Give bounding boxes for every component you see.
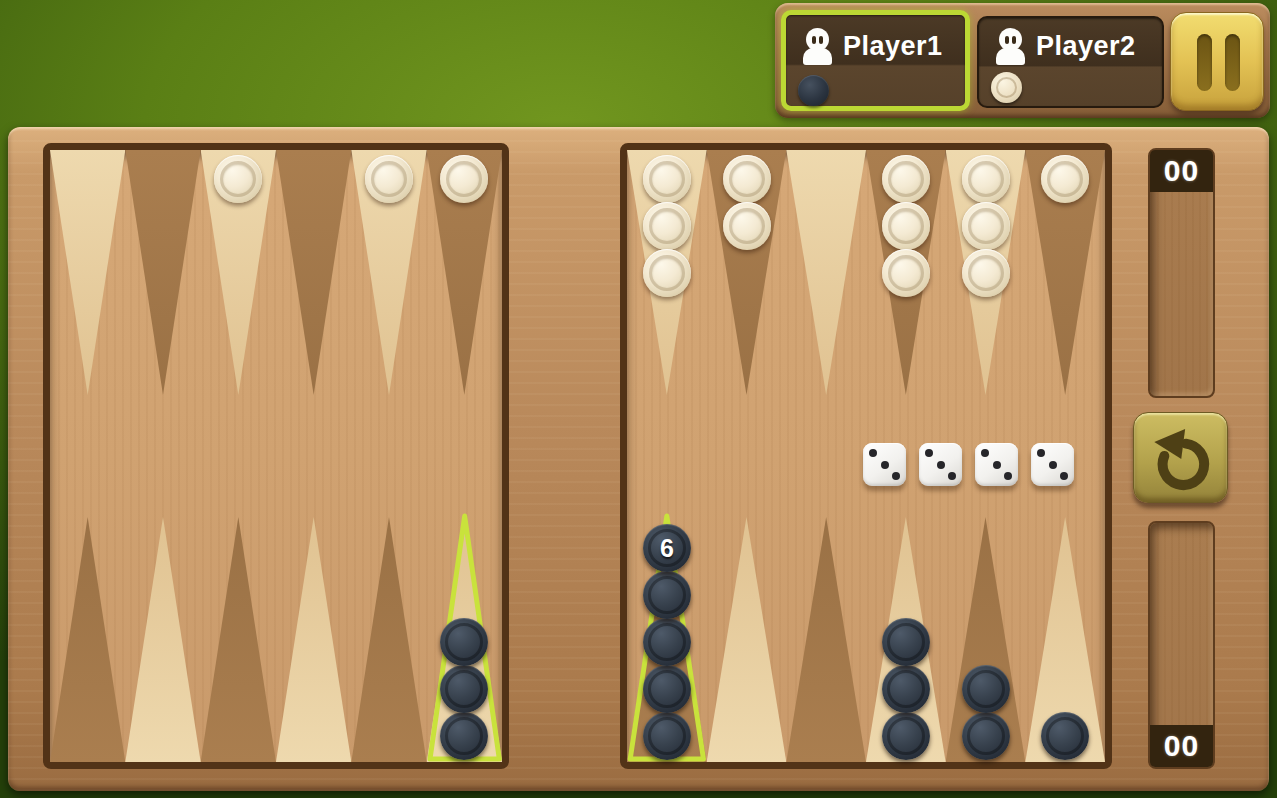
light-checker-point-19[interactable] (643, 202, 691, 250)
borne-off-count-bottom: 00 (1150, 725, 1213, 767)
player1-card[interactable]: Player1 (781, 10, 970, 111)
board-left-half (43, 143, 509, 769)
player1-name: Player1 (843, 31, 943, 62)
board-point[interactable] (786, 150, 866, 395)
dark-checker-point-3[interactable] (882, 665, 930, 713)
light-checker-point-18[interactable] (440, 155, 488, 203)
light-checker-point-22[interactable] (882, 202, 930, 250)
board-point[interactable] (707, 517, 787, 762)
board-point[interactable] (125, 517, 200, 762)
dark-checker-point-2[interactable] (962, 665, 1010, 713)
light-checker-point-22[interactable] (882, 249, 930, 297)
dark-checker-point-7[interactable] (440, 618, 488, 666)
board-point[interactable] (125, 150, 200, 395)
bear-off-tray-top: 00 (1148, 148, 1215, 398)
board-point[interactable] (786, 517, 866, 762)
dark-checker-point-1[interactable] (1041, 712, 1089, 760)
dark-checker-point-3[interactable] (882, 618, 930, 666)
board-point[interactable] (50, 150, 125, 395)
light-checker-point-19[interactable] (643, 155, 691, 203)
light-checker-point-23[interactable] (962, 249, 1010, 297)
dark-checker-point-7[interactable] (440, 665, 488, 713)
player2-name: Player2 (1036, 31, 1136, 62)
player2-avatar-icon (994, 28, 1028, 66)
pause-button[interactable] (1170, 12, 1264, 111)
light-checker-point-23[interactable] (962, 202, 1010, 250)
dark-checker-point-2[interactable] (962, 712, 1010, 760)
light-checker-point-20[interactable] (723, 155, 771, 203)
dark-checker-point-6[interactable] (643, 712, 691, 760)
score-panel: Player1 Player2 (775, 3, 1270, 118)
board-point[interactable] (351, 517, 426, 762)
board-point[interactable] (201, 517, 276, 762)
dark-checker-point-6[interactable]: 6 (643, 524, 691, 572)
pause-icon (1197, 34, 1212, 91)
board-point[interactable] (276, 517, 351, 762)
board-point[interactable] (50, 517, 125, 762)
borne-off-count-top: 00 (1150, 150, 1213, 192)
dark-checker-point-6[interactable] (643, 571, 691, 619)
die-1-value-3 (863, 443, 906, 486)
light-checker-point-24[interactable] (1041, 155, 1089, 203)
die-4-value-3 (1031, 443, 1074, 486)
bear-off-tray-bottom: 00 (1148, 521, 1215, 769)
stack-count-badge: 6 (643, 524, 691, 572)
undo-icon (1140, 419, 1221, 496)
player1-avatar-icon (801, 28, 835, 66)
dark-checker-point-7[interactable] (440, 712, 488, 760)
undo-button[interactable] (1133, 412, 1228, 503)
board-right-half: 6 (620, 143, 1112, 769)
light-checker-point-17[interactable] (365, 155, 413, 203)
light-checker-point-22[interactable] (882, 155, 930, 203)
light-checker-point-23[interactable] (962, 155, 1010, 203)
die-2-value-3 (919, 443, 962, 486)
backgammon-board: 6 00 00 (8, 127, 1269, 791)
light-checker-point-20[interactable] (723, 202, 771, 250)
player1-checker-indicator (798, 75, 829, 106)
board-point[interactable] (276, 150, 351, 395)
dark-checker-point-6[interactable] (643, 665, 691, 713)
light-checker-point-19[interactable] (643, 249, 691, 297)
game-screen: Player1 Player2 6 00 00 (0, 0, 1277, 798)
dark-checker-point-3[interactable] (882, 712, 930, 760)
player2-card[interactable]: Player2 (977, 16, 1164, 108)
dark-checker-point-6[interactable] (643, 618, 691, 666)
die-3-value-3 (975, 443, 1018, 486)
light-checker-point-15[interactable] (214, 155, 262, 203)
player2-checker-indicator (991, 72, 1022, 103)
